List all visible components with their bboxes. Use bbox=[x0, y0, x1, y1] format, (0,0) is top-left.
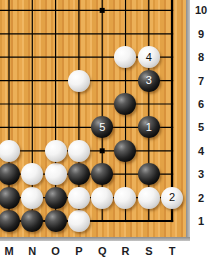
go-board[interactable]: 51342 bbox=[0, 0, 186, 237]
stone-black-S7[interactable]: 3 bbox=[138, 70, 160, 92]
stone-black-R6[interactable] bbox=[114, 93, 136, 115]
row-label-9: 9 bbox=[190, 27, 212, 41]
stone-black-M3[interactable] bbox=[0, 163, 20, 185]
stone-white-P7[interactable] bbox=[68, 70, 90, 92]
row-labels: 10987654321 bbox=[190, 0, 212, 260]
stone-black-P3[interactable] bbox=[68, 163, 90, 185]
move-number: 3 bbox=[146, 75, 152, 86]
go-diagram: 51342 10987654321 MNOPQRST bbox=[0, 0, 212, 260]
stone-black-M1[interactable] bbox=[0, 210, 20, 232]
column-label-Q: Q bbox=[94, 244, 110, 258]
column-label-T: T bbox=[164, 244, 180, 258]
column-label-S: S bbox=[141, 244, 157, 258]
stone-black-N1[interactable] bbox=[21, 210, 43, 232]
stone-white-R8[interactable] bbox=[114, 46, 136, 68]
stone-white-S8[interactable]: 4 bbox=[138, 46, 160, 68]
stone-black-Q3[interactable] bbox=[91, 163, 113, 185]
stone-white-M4[interactable] bbox=[0, 140, 20, 162]
stone-white-O3[interactable] bbox=[45, 163, 67, 185]
stones-layer: 51342 bbox=[0, 0, 184, 233]
column-label-R: R bbox=[118, 244, 134, 258]
stone-white-R2[interactable] bbox=[114, 187, 136, 209]
row-label-4: 4 bbox=[190, 144, 212, 158]
stone-black-O1[interactable] bbox=[45, 210, 67, 232]
move-number: 1 bbox=[146, 122, 152, 133]
row-label-6: 6 bbox=[190, 97, 212, 111]
move-number: 4 bbox=[146, 52, 152, 63]
stone-black-S5[interactable]: 1 bbox=[138, 116, 160, 138]
column-label-M: M bbox=[1, 244, 17, 258]
stone-white-P4[interactable] bbox=[68, 140, 90, 162]
stone-white-Q2[interactable] bbox=[91, 187, 113, 209]
stone-black-S3[interactable] bbox=[138, 163, 160, 185]
stone-white-S2[interactable] bbox=[138, 187, 160, 209]
move-number: 5 bbox=[99, 122, 105, 133]
stone-black-R4[interactable] bbox=[114, 140, 136, 162]
row-label-7: 7 bbox=[190, 74, 212, 88]
stone-black-Q5[interactable]: 5 bbox=[91, 116, 113, 138]
stone-white-N2[interactable] bbox=[21, 187, 43, 209]
stone-white-P2[interactable] bbox=[68, 187, 90, 209]
row-label-5: 5 bbox=[190, 120, 212, 134]
row-label-3: 3 bbox=[190, 167, 212, 181]
stone-black-O2[interactable] bbox=[45, 187, 67, 209]
stone-white-O4[interactable] bbox=[45, 140, 67, 162]
stone-white-P1[interactable] bbox=[68, 210, 90, 232]
column-label-N: N bbox=[24, 244, 40, 258]
stone-white-N3[interactable] bbox=[21, 163, 43, 185]
column-label-O: O bbox=[48, 244, 64, 258]
column-label-P: P bbox=[71, 244, 87, 258]
row-label-2: 2 bbox=[190, 191, 212, 205]
row-label-10: 10 bbox=[190, 3, 212, 17]
row-label-8: 8 bbox=[190, 50, 212, 64]
stone-white-T2[interactable]: 2 bbox=[161, 187, 183, 209]
move-number: 2 bbox=[169, 192, 175, 203]
column-labels: MNOPQRST bbox=[0, 241, 212, 260]
stone-black-M2[interactable] bbox=[0, 187, 20, 209]
row-label-1: 1 bbox=[190, 214, 212, 228]
